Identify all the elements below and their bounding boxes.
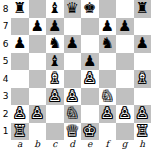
square-g4[interactable] xyxy=(116,70,134,88)
square-b5[interactable] xyxy=(29,53,47,71)
square-f7[interactable]: ♟ xyxy=(99,18,117,36)
black-bishop: ♝ xyxy=(48,53,61,71)
black-pawn: ♟ xyxy=(13,35,26,53)
square-h7[interactable] xyxy=(134,18,152,36)
file-label-a: a xyxy=(11,140,29,149)
white-pawn: ♙ xyxy=(101,105,114,123)
square-e6[interactable] xyxy=(81,35,99,53)
square-e2[interactable] xyxy=(81,105,99,123)
white-bishop: ♗ xyxy=(136,70,149,88)
board-corner xyxy=(0,140,11,149)
square-c6[interactable]: ♞ xyxy=(46,35,64,53)
black-pawn: ♟ xyxy=(31,18,44,36)
square-g3[interactable] xyxy=(116,88,134,106)
square-g1[interactable] xyxy=(116,123,134,141)
square-b6[interactable] xyxy=(29,35,47,53)
white-king: ♔ xyxy=(83,123,96,141)
square-b7[interactable]: ♟ xyxy=(29,18,47,36)
square-a7[interactable] xyxy=(11,18,29,36)
square-g2[interactable]: ♙ xyxy=(116,105,134,123)
square-e3[interactable] xyxy=(81,88,99,106)
square-e8[interactable]: ♚ xyxy=(81,0,99,18)
white-pawn: ♙ xyxy=(83,70,96,88)
rank-label-7: 7 xyxy=(0,18,11,36)
file-label-c: c xyxy=(46,140,64,149)
square-b1[interactable] xyxy=(29,123,47,141)
square-f3[interactable]: ♘ xyxy=(99,88,117,106)
rank-label-5: 5 xyxy=(0,53,11,71)
black-knight: ♞ xyxy=(48,35,61,53)
file-label-g: g xyxy=(116,140,134,149)
square-d2[interactable]: ♘ xyxy=(64,105,82,123)
square-b3[interactable] xyxy=(29,88,47,106)
rank-label-3: 3 xyxy=(0,88,11,106)
black-pawn: ♟ xyxy=(48,18,61,36)
white-knight: ♘ xyxy=(66,105,79,123)
rank-label-8: 8 xyxy=(0,0,11,18)
chess-board: 8♜♝♛♚♜7♟♟♟♟6♟♞♟♞♟5♝♟4♗♙♗3♙♙♘2♙♙♘♙♙♙1♖♕♔♖… xyxy=(0,0,151,149)
square-h6[interactable]: ♟ xyxy=(134,35,152,53)
black-queen: ♛ xyxy=(66,0,79,18)
square-d3[interactable]: ♙ xyxy=(64,88,82,106)
square-b4[interactable] xyxy=(29,70,47,88)
rank-label-4: 4 xyxy=(0,70,11,88)
square-h4[interactable]: ♗ xyxy=(134,70,152,88)
square-c7[interactable]: ♟ xyxy=(46,18,64,36)
square-c1[interactable] xyxy=(46,123,64,141)
square-e7[interactable] xyxy=(81,18,99,36)
square-c4[interactable]: ♗ xyxy=(46,70,64,88)
square-h3[interactable] xyxy=(134,88,152,106)
square-g5[interactable] xyxy=(116,53,134,71)
square-a4[interactable] xyxy=(11,70,29,88)
white-pawn: ♙ xyxy=(13,105,26,123)
file-label-b: b xyxy=(29,140,47,149)
square-e1[interactable]: ♔ xyxy=(81,123,99,141)
square-g8[interactable] xyxy=(116,0,134,18)
square-f2[interactable]: ♙ xyxy=(99,105,117,123)
rank-label-1: 1 xyxy=(0,123,11,141)
file-label-e: e xyxy=(81,140,99,149)
square-d6[interactable]: ♟ xyxy=(64,35,82,53)
file-label-h: h xyxy=(134,140,152,149)
square-c3[interactable]: ♙ xyxy=(46,88,64,106)
square-d7[interactable] xyxy=(64,18,82,36)
white-pawn: ♙ xyxy=(66,88,79,106)
square-a3[interactable] xyxy=(11,88,29,106)
white-bishop: ♗ xyxy=(48,70,61,88)
square-a8[interactable]: ♜ xyxy=(11,0,29,18)
square-g6[interactable] xyxy=(116,35,134,53)
square-a1[interactable]: ♖ xyxy=(11,123,29,141)
square-b8[interactable] xyxy=(29,0,47,18)
square-c5[interactable]: ♝ xyxy=(46,53,64,71)
black-bishop: ♝ xyxy=(48,0,61,18)
black-king: ♚ xyxy=(83,0,96,18)
square-f5[interactable] xyxy=(99,53,117,71)
black-pawn: ♟ xyxy=(101,18,114,36)
white-queen: ♕ xyxy=(66,123,79,141)
white-rook: ♖ xyxy=(136,123,149,141)
square-h2[interactable]: ♙ xyxy=(134,105,152,123)
square-d8[interactable]: ♛ xyxy=(64,0,82,18)
black-pawn: ♟ xyxy=(118,18,131,36)
square-a2[interactable]: ♙ xyxy=(11,105,29,123)
square-d1[interactable]: ♕ xyxy=(64,123,82,141)
square-e5[interactable]: ♟ xyxy=(81,53,99,71)
square-h8[interactable]: ♜ xyxy=(134,0,152,18)
square-h5[interactable] xyxy=(134,53,152,71)
file-label-d: d xyxy=(64,140,82,149)
square-e4[interactable]: ♙ xyxy=(81,70,99,88)
white-pawn: ♙ xyxy=(31,105,44,123)
white-pawn: ♙ xyxy=(118,105,131,123)
rank-label-2: 2 xyxy=(0,105,11,123)
square-f8[interactable] xyxy=(99,0,117,18)
white-pawn: ♙ xyxy=(48,88,61,106)
square-b2[interactable]: ♙ xyxy=(29,105,47,123)
square-h1[interactable]: ♖ xyxy=(134,123,152,141)
square-f6[interactable]: ♞ xyxy=(99,35,117,53)
square-g7[interactable]: ♟ xyxy=(116,18,134,36)
square-f4[interactable] xyxy=(99,70,117,88)
square-f1[interactable] xyxy=(99,123,117,141)
black-knight: ♞ xyxy=(101,35,114,53)
square-d4[interactable] xyxy=(64,70,82,88)
white-rook: ♖ xyxy=(13,123,26,141)
square-a5[interactable] xyxy=(11,53,29,71)
black-pawn: ♟ xyxy=(136,35,149,53)
black-pawn: ♟ xyxy=(66,35,79,53)
file-label-f: f xyxy=(99,140,117,149)
white-pawn: ♙ xyxy=(136,105,149,123)
black-rook: ♜ xyxy=(136,0,149,18)
black-rook: ♜ xyxy=(13,0,26,18)
white-knight: ♘ xyxy=(101,88,114,106)
black-pawn: ♟ xyxy=(83,53,96,71)
rank-label-6: 6 xyxy=(0,35,11,53)
square-c2[interactable] xyxy=(46,105,64,123)
square-d5[interactable] xyxy=(64,53,82,71)
square-a6[interactable]: ♟ xyxy=(11,35,29,53)
square-c8[interactable]: ♝ xyxy=(46,0,64,18)
